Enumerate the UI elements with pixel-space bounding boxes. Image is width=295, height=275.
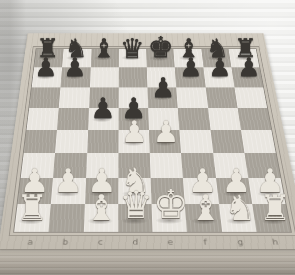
pieces-layer: ♜♞♝♛♚♝♞♜♟♟♟♟♟♟♟♟♟♟♟♟♟♞♟♟♟♜♝♛♚♝♞♜ xyxy=(0,0,295,275)
piece-black-king-e8[interactable]: ♚ xyxy=(148,33,174,62)
piece-white-bishop-c1[interactable]: ♝ xyxy=(86,190,118,225)
piece-white-rook-a1[interactable]: ♜ xyxy=(16,190,48,225)
piece-black-pawn-g7[interactable]: ♟ xyxy=(208,55,231,81)
piece-black-pawn-f7[interactable]: ♟ xyxy=(179,55,202,81)
piece-white-pawn-e4[interactable]: ♟ xyxy=(153,117,180,147)
piece-white-knight-g1[interactable]: ♞ xyxy=(224,190,256,225)
piece-black-bishop-c8[interactable]: ♝ xyxy=(93,36,116,62)
piece-white-queen-d1[interactable]: ♛ xyxy=(119,188,153,226)
piece-white-king-e1[interactable]: ♚ xyxy=(153,186,189,226)
photo-scene: abcdefgh ♜♞♝♛♚♝♞♜♟♟♟♟♟♟♟♟♟♟♟♟♟♞♟♟♟♜♝♛♚♝♞… xyxy=(0,0,295,275)
piece-black-pawn-b7[interactable]: ♟ xyxy=(63,55,86,81)
piece-white-pawn-b2[interactable]: ♟ xyxy=(54,165,83,198)
piece-white-pawn-d4[interactable]: ♟ xyxy=(121,117,148,147)
piece-white-bishop-f1[interactable]: ♝ xyxy=(190,190,222,225)
piece-black-pawn-h7[interactable]: ♟ xyxy=(237,55,260,81)
piece-black-pawn-e6[interactable]: ♟ xyxy=(151,74,175,101)
piece-black-queen-d8[interactable]: ♛ xyxy=(120,34,145,61)
piece-black-pawn-a7[interactable]: ♟ xyxy=(34,55,57,81)
piece-white-rook-h1[interactable]: ♜ xyxy=(259,190,291,225)
piece-black-pawn-c5[interactable]: ♟ xyxy=(90,95,115,123)
